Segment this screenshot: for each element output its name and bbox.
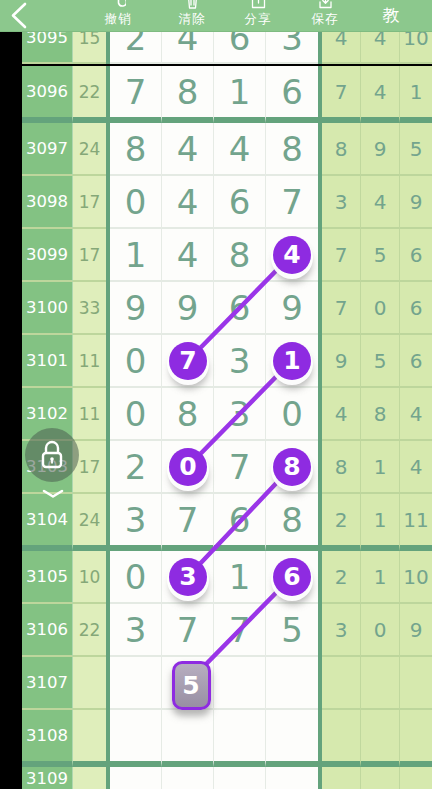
sum-cell: 17 [73,176,106,229]
stat-cell: 10 [400,551,432,604]
save-button[interactable]: 保存 [295,0,355,25]
sum-cell: 33 [73,282,106,335]
share-label: 分享 [228,12,288,25]
digit-cell[interactable]: 4 [162,176,214,229]
sum-cell: 24 [73,123,106,176]
table-row: 3095 15 2 4 6 3 4 4 10 [22,31,432,66]
digit-cell[interactable]: 7 [162,494,214,551]
digit-cell[interactable]: 3 [110,494,162,551]
stat-cell: 1 [361,551,400,604]
period-cell: 3098 [22,176,73,229]
digit-cell[interactable]: 4 [214,123,266,176]
digit-cell[interactable]: 8 [266,123,318,176]
stat-cell: 4 [400,441,432,494]
period-cell: 3101 [22,335,73,388]
digit-cell[interactable]: 6 [266,66,318,123]
stat-cell: 8 [361,388,400,441]
digit-cell[interactable]: 6 [214,494,266,551]
stat-cell [322,767,361,789]
period-cell: 3107 [22,657,73,710]
stat-cell: 2 [322,551,361,604]
tutorial-button[interactable]: 教程 [383,4,416,32]
digit-cell[interactable]: 7 [162,604,214,657]
digit-cell[interactable]: 0 [266,388,318,441]
digit-cell[interactable] [266,657,318,710]
stat-cell [361,710,400,767]
app-screen: 撤销 清除 分享 保存 教程 3095 15 2 4 6 3 [0,0,432,789]
table-row: 3108 [22,710,432,767]
digit-cell[interactable]: 7 [110,66,162,123]
digit-cell[interactable]: 9 [162,282,214,335]
stat-cell: 6 [400,282,432,335]
digit-cell[interactable]: 6 [214,31,266,64]
stat-cell: 0 [361,282,400,335]
digit-cell[interactable]: 1 [110,229,162,282]
toolbar: 撤销 清除 分享 保存 教程 [0,0,432,32]
back-icon[interactable] [8,2,30,29]
period-cell: 3096 [22,66,73,123]
trend-circle-mark[interactable]: 0 [169,448,207,486]
trash-icon [185,0,200,9]
stat-cell: 5 [400,123,432,176]
sum-cell: 22 [73,604,106,657]
stat-cell: 4 [400,388,432,441]
digit-cell[interactable]: 9 [266,282,318,335]
period-cell: 3104 [22,494,73,551]
stat-cell: 4 [322,388,361,441]
table-row: 3106 22 3 7 7 5 3 0 9 [22,604,432,657]
stat-cell: 1 [400,66,432,123]
digit-cell[interactable]: 7 [214,441,266,494]
period-cell: 3100 [22,282,73,335]
stat-cell [400,710,432,767]
stat-cell: 7 [322,66,361,123]
digit-cell[interactable]: 0 [110,176,162,229]
trend-circle-mark[interactable]: 8 [273,448,311,486]
trend-table: 3095 15 2 4 6 3 4 4 10 3096 22 7 8 1 6 7… [22,31,432,789]
digit-cell[interactable]: 0 [110,335,162,388]
trend-circle-mark[interactable]: 3 [169,558,207,596]
stat-cell: 11 [400,494,432,551]
sum-cell [73,767,106,789]
save-label: 保存 [295,12,355,25]
stat-cell: 5 [361,335,400,388]
digit-cell[interactable] [110,710,162,767]
table-row: 3103 17 2 0 7 8 8 1 4 [22,441,432,494]
digit-cell[interactable] [214,710,266,767]
digit-cell[interactable] [110,767,162,789]
table-row: 3107 [22,657,432,710]
stat-cell: 10 [400,31,432,64]
digit-cell[interactable]: 3 [214,388,266,441]
digit-cell[interactable]: 2 [110,441,162,494]
digit-cell[interactable]: 4 [162,229,214,282]
table-row: 3109 [22,767,432,789]
period-cell: 3106 [22,604,73,657]
undo-label: 撤销 [88,12,148,25]
stat-cell: 9 [361,123,400,176]
stat-cell [361,657,400,710]
digit-cell[interactable]: 8 [214,229,266,282]
stat-cell: 9 [400,176,432,229]
digit-cell[interactable]: 3 [214,335,266,388]
stat-cell: 3 [322,176,361,229]
stat-cell: 9 [322,335,361,388]
trend-circle-mark[interactable]: 7 [169,342,207,380]
digit-cell[interactable]: 3 [266,31,318,64]
sum-cell: 11 [73,388,106,441]
stat-cell: 5 [361,229,400,282]
period-cell: 3095 [22,31,73,64]
clear-label: 清除 [162,12,222,25]
stat-cell: 6 [400,229,432,282]
table-row: 3100 33 9 9 6 9 7 0 6 [22,282,432,335]
sum-cell: 24 [73,494,106,551]
table-row: 3105 10 0 3 1 6 2 1 10 [22,551,432,604]
digit-cell[interactable] [266,710,318,767]
digit-cell[interactable]: 3 [110,604,162,657]
clear-button[interactable]: 清除 [162,0,222,25]
sum-cell [73,657,106,710]
digit-cell[interactable]: 1 [214,66,266,123]
stat-cell [322,657,361,710]
digit-cell[interactable]: 0 [110,388,162,441]
period-cell: 3099 [22,229,73,282]
digit-cell[interactable] [162,767,214,789]
stat-cell: 3 [322,604,361,657]
stat-cell: 6 [400,335,432,388]
digit-cell[interactable] [162,710,214,767]
digit-cell[interactable]: 6 [214,282,266,335]
sum-cell: 17 [73,229,106,282]
collapse-chevron-icon[interactable] [42,489,64,499]
stat-cell: 2 [322,494,361,551]
stat-cell [400,767,432,789]
digit-cell[interactable]: 1 [214,551,266,604]
digit-cell[interactable]: 4 [162,123,214,176]
stat-cell: 7 [322,229,361,282]
period-cell: 3108 [22,710,73,767]
digit-cell[interactable]: 6 [214,176,266,229]
digit-cell[interactable]: 8 [110,123,162,176]
digit-cell[interactable]: 7 [266,176,318,229]
undo-icon [111,0,126,9]
stat-cell: 9 [400,604,432,657]
digit-cell[interactable] [110,657,162,710]
stat-cell: 4 [322,31,361,64]
lock-icon [38,440,66,470]
stat-cell: 0 [361,604,400,657]
sum-cell: 10 [73,551,106,604]
sum-cell [73,710,106,767]
period-cell: 3109 [22,767,73,789]
digit-cell[interactable] [214,657,266,710]
table-row: 3096 22 7 8 1 6 7 4 1 [22,66,432,123]
stat-cell: 8 [322,123,361,176]
digit-cell[interactable]: 9 [110,282,162,335]
pending-number-mark[interactable]: 5 [172,661,211,710]
share-icon [251,0,266,9]
stat-cell: 4 [361,176,400,229]
trend-circle-mark[interactable]: 6 [273,558,311,596]
digit-cell[interactable]: 2 [110,31,162,64]
stat-cell [361,767,400,789]
stat-cell: 1 [361,441,400,494]
digit-cell[interactable]: 7 [214,604,266,657]
stat-cell: 7 [322,282,361,335]
sum-cell: 11 [73,335,106,388]
stat-cell [400,657,432,710]
digit-cell[interactable]: 8 [162,66,214,123]
lock-button[interactable] [25,428,79,482]
sum-cell: 15 [73,31,106,64]
save-icon [318,0,333,9]
stat-cell: 1 [361,494,400,551]
digit-cell[interactable]: 0 [110,551,162,604]
period-cell: 3097 [22,123,73,176]
table-row: 3101 11 0 7 3 1 9 5 6 [22,335,432,388]
sum-cell: 22 [73,66,106,123]
table-row: 3099 17 1 4 8 4 7 5 6 [22,229,432,282]
table-row: 3097 24 8 4 4 8 8 9 5 [22,123,432,176]
period-cell: 3105 [22,551,73,604]
table-row: 3098 17 0 4 6 7 3 4 9 [22,176,432,229]
undo-button[interactable]: 撤销 [88,0,148,25]
table-row: 3102 11 0 8 3 0 4 8 4 [22,388,432,441]
share-button[interactable]: 分享 [228,0,288,25]
trend-circle-mark[interactable]: 1 [273,342,311,380]
digit-cell[interactable] [214,767,266,789]
table-row: 3104 24 3 7 6 8 2 1 11 [22,494,432,551]
digit-cell[interactable]: 4 [162,31,214,64]
digit-cell[interactable]: 5 [266,604,318,657]
stat-cell: 4 [361,66,400,123]
stat-cell: 4 [361,31,400,64]
digit-cell[interactable] [266,767,318,789]
digit-cell[interactable]: 8 [266,494,318,551]
trend-circle-mark[interactable]: 4 [273,236,311,274]
digit-cell[interactable]: 8 [162,388,214,441]
stat-cell [322,710,361,767]
stat-cell: 8 [322,441,361,494]
